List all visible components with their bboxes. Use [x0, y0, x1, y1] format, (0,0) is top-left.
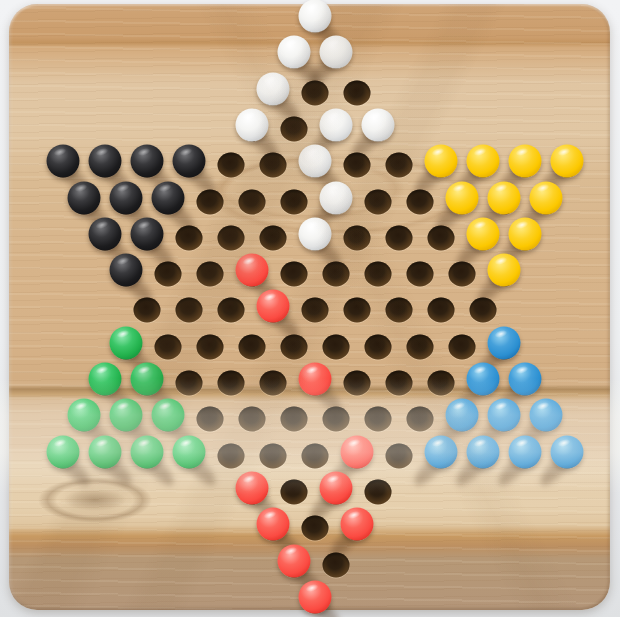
marble-red[interactable]: [341, 435, 374, 468]
marble-blue[interactable]: [509, 435, 542, 468]
board-hole[interactable]: [281, 116, 308, 141]
board-hole[interactable]: [344, 298, 371, 323]
board-hole[interactable]: [407, 334, 434, 359]
board-hole[interactable]: [155, 334, 182, 359]
marble-blue[interactable]: [551, 435, 584, 468]
board-hole[interactable]: [323, 262, 350, 287]
marble-red[interactable]: [257, 508, 290, 541]
marble-yellow[interactable]: [530, 181, 563, 214]
marble-black[interactable]: [131, 217, 164, 250]
marble-blue[interactable]: [467, 435, 500, 468]
marble-white[interactable]: [278, 36, 311, 69]
marble-yellow[interactable]: [509, 217, 542, 250]
board-hole[interactable]: [407, 189, 434, 214]
marble-red[interactable]: [257, 290, 290, 323]
board-hole[interactable]: [281, 479, 308, 504]
board-hole[interactable]: [449, 334, 476, 359]
marble-green[interactable]: [131, 435, 164, 468]
board-hole[interactable]: [134, 298, 161, 323]
board-hole[interactable]: [428, 298, 455, 323]
marble-yellow[interactable]: [509, 145, 542, 178]
marble-red[interactable]: [236, 254, 269, 287]
marble-black[interactable]: [68, 181, 101, 214]
marble-blue[interactable]: [509, 363, 542, 396]
marble-yellow[interactable]: [488, 181, 521, 214]
marble-green[interactable]: [89, 363, 122, 396]
board-hole[interactable]: [281, 407, 308, 432]
marble-white[interactable]: [320, 36, 353, 69]
board-hole[interactable]: [218, 298, 245, 323]
marble-blue[interactable]: [425, 435, 458, 468]
board-hole[interactable]: [302, 298, 329, 323]
marble-white[interactable]: [236, 108, 269, 141]
marble-red[interactable]: [320, 471, 353, 504]
board-hole[interactable]: [428, 371, 455, 396]
marble-black[interactable]: [89, 145, 122, 178]
marble-red[interactable]: [341, 508, 374, 541]
board-hole[interactable]: [281, 334, 308, 359]
marble-black[interactable]: [47, 145, 80, 178]
marble-black[interactable]: [131, 145, 164, 178]
board-hole[interactable]: [197, 407, 224, 432]
marble-red[interactable]: [236, 471, 269, 504]
board-hole[interactable]: [386, 153, 413, 178]
board-hole[interactable]: [155, 262, 182, 287]
marble-green[interactable]: [47, 435, 80, 468]
marble-green[interactable]: [152, 399, 185, 432]
marble-yellow[interactable]: [467, 145, 500, 178]
board-hole[interactable]: [218, 371, 245, 396]
board-hole[interactable]: [281, 189, 308, 214]
board-hole[interactable]: [176, 225, 203, 250]
marble-red[interactable]: [299, 580, 332, 613]
marble-blue[interactable]: [467, 363, 500, 396]
board-hole[interactable]: [239, 334, 266, 359]
board-hole[interactable]: [218, 443, 245, 468]
marble-white[interactable]: [299, 0, 332, 33]
board-hole[interactable]: [344, 80, 371, 105]
board-hole[interactable]: [428, 225, 455, 250]
board-hole[interactable]: [302, 443, 329, 468]
marble-yellow[interactable]: [467, 217, 500, 250]
board-hole[interactable]: [281, 262, 308, 287]
marble-green[interactable]: [110, 399, 143, 432]
board-hole[interactable]: [176, 371, 203, 396]
board-hole[interactable]: [302, 516, 329, 541]
board-hole[interactable]: [365, 189, 392, 214]
marble-green[interactable]: [89, 435, 122, 468]
marble-white[interactable]: [320, 181, 353, 214]
board-hole[interactable]: [239, 407, 266, 432]
board-hole[interactable]: [365, 407, 392, 432]
marble-black[interactable]: [110, 254, 143, 287]
board-hole[interactable]: [386, 225, 413, 250]
marble-red[interactable]: [299, 363, 332, 396]
board-hole[interactable]: [260, 443, 287, 468]
marble-black[interactable]: [89, 217, 122, 250]
marble-green[interactable]: [131, 363, 164, 396]
board-hole[interactable]: [470, 298, 497, 323]
board-hole[interactable]: [365, 262, 392, 287]
board-hole[interactable]: [407, 407, 434, 432]
board-hole[interactable]: [323, 407, 350, 432]
marble-green[interactable]: [68, 399, 101, 432]
marble-yellow[interactable]: [425, 145, 458, 178]
marble-yellow[interactable]: [488, 254, 521, 287]
marble-yellow[interactable]: [551, 145, 584, 178]
board-hole[interactable]: [386, 371, 413, 396]
board-hole[interactable]: [386, 298, 413, 323]
board-hole[interactable]: [386, 443, 413, 468]
marble-blue[interactable]: [530, 399, 563, 432]
board-hole[interactable]: [449, 262, 476, 287]
board-hole[interactable]: [197, 334, 224, 359]
board-hole[interactable]: [260, 153, 287, 178]
marble-white[interactable]: [299, 217, 332, 250]
board-hole[interactable]: [176, 298, 203, 323]
board-hole[interactable]: [344, 153, 371, 178]
board-hole[interactable]: [260, 371, 287, 396]
board-hole[interactable]: [323, 552, 350, 577]
board-hole[interactable]: [344, 371, 371, 396]
marble-black[interactable]: [152, 181, 185, 214]
board-hole[interactable]: [407, 262, 434, 287]
marble-green[interactable]: [110, 326, 143, 359]
marble-red[interactable]: [278, 544, 311, 577]
board-hole[interactable]: [239, 189, 266, 214]
board-hole[interactable]: [218, 225, 245, 250]
board-hole[interactable]: [218, 153, 245, 178]
board-hole[interactable]: [365, 479, 392, 504]
marble-white[interactable]: [257, 72, 290, 105]
board-hole[interactable]: [365, 334, 392, 359]
board-hole[interactable]: [302, 80, 329, 105]
marble-green[interactable]: [173, 435, 206, 468]
marble-white[interactable]: [362, 108, 395, 141]
marble-white[interactable]: [320, 108, 353, 141]
marble-yellow[interactable]: [446, 181, 479, 214]
board-hole[interactable]: [197, 262, 224, 287]
marble-blue[interactable]: [446, 399, 479, 432]
board-hole[interactable]: [344, 225, 371, 250]
board-hole[interactable]: [260, 225, 287, 250]
photo-backdrop: [0, 0, 620, 617]
marble-black[interactable]: [110, 181, 143, 214]
marble-blue[interactable]: [488, 326, 521, 359]
marble-blue[interactable]: [488, 399, 521, 432]
board-hole[interactable]: [323, 334, 350, 359]
board-hole[interactable]: [197, 189, 224, 214]
marble-black[interactable]: [173, 145, 206, 178]
chinese-checkers-board: [9, 4, 610, 610]
marble-white[interactable]: [299, 145, 332, 178]
